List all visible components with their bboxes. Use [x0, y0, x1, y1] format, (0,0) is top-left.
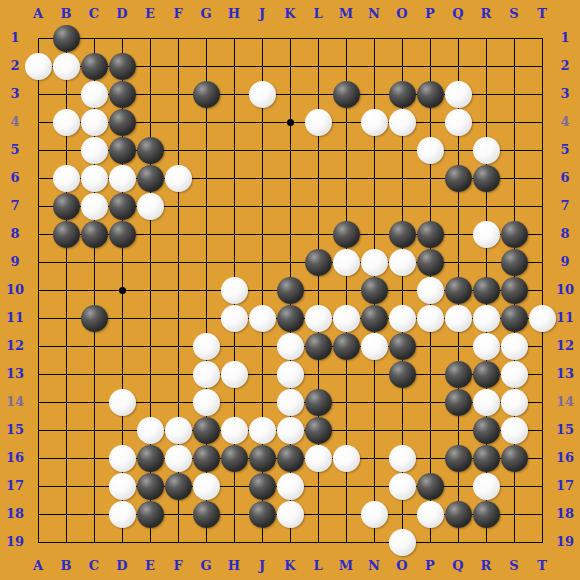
white-stone-B6[interactable] — [53, 165, 80, 192]
white-stone-S15[interactable] — [501, 417, 528, 444]
col-label-top-M: M — [333, 6, 359, 22]
black-stone-E18[interactable] — [137, 501, 164, 528]
white-stone-S13[interactable] — [501, 361, 528, 388]
white-stone-E7[interactable] — [137, 193, 164, 220]
col-label-bottom-B: B — [53, 558, 79, 574]
black-stone-R6[interactable] — [473, 165, 500, 192]
white-stone-M16[interactable] — [333, 445, 360, 472]
black-stone-G3[interactable] — [193, 81, 220, 108]
star-point — [287, 119, 294, 126]
row-label-left-10: 10 — [2, 282, 28, 298]
white-stone-R5[interactable] — [473, 137, 500, 164]
white-stone-Q11[interactable] — [445, 305, 472, 332]
white-stone-P5[interactable] — [417, 137, 444, 164]
col-label-top-A: A — [25, 6, 51, 22]
black-stone-L12[interactable] — [305, 333, 332, 360]
white-stone-C7[interactable] — [81, 193, 108, 220]
row-label-left-7: 7 — [2, 198, 28, 214]
black-stone-K10[interactable] — [277, 277, 304, 304]
black-stone-L15[interactable] — [305, 417, 332, 444]
row-label-left-9: 9 — [2, 254, 28, 270]
row-label-left-11: 11 — [2, 310, 28, 326]
row-label-left-18: 18 — [2, 506, 28, 522]
black-stone-N10[interactable] — [361, 277, 388, 304]
black-stone-S8[interactable] — [501, 221, 528, 248]
white-stone-C4[interactable] — [81, 109, 108, 136]
white-stone-P10[interactable] — [417, 277, 444, 304]
row-label-left-13: 13 — [2, 366, 28, 382]
col-label-top-G: G — [193, 6, 219, 22]
row-label-left-12: 12 — [2, 338, 28, 354]
black-stone-B7[interactable] — [53, 193, 80, 220]
black-stone-J16[interactable] — [249, 445, 276, 472]
row-label-left-19: 19 — [2, 534, 28, 550]
col-label-bottom-O: O — [389, 558, 415, 574]
row-label-right-10: 10 — [552, 282, 578, 298]
row-label-right-1: 1 — [552, 30, 578, 46]
col-label-top-B: B — [53, 6, 79, 22]
row-label-left-4: 4 — [2, 114, 28, 130]
col-label-bottom-L: L — [305, 558, 331, 574]
black-stone-Q16[interactable] — [445, 445, 472, 472]
white-stone-O9[interactable] — [389, 249, 416, 276]
col-label-top-J: J — [249, 6, 275, 22]
black-stone-Q14[interactable] — [445, 389, 472, 416]
white-stone-D17[interactable] — [109, 473, 136, 500]
white-stone-C6[interactable] — [81, 165, 108, 192]
row-label-right-17: 17 — [552, 478, 578, 494]
row-label-left-17: 17 — [2, 478, 28, 494]
col-label-bottom-S: S — [501, 558, 527, 574]
row-label-left-16: 16 — [2, 450, 28, 466]
black-stone-L14[interactable] — [305, 389, 332, 416]
black-stone-S10[interactable] — [501, 277, 528, 304]
col-label-bottom-J: J — [249, 558, 275, 574]
white-stone-Q4[interactable] — [445, 109, 472, 136]
white-stone-R11[interactable] — [473, 305, 500, 332]
white-stone-O17[interactable] — [389, 473, 416, 500]
white-stone-L4[interactable] — [305, 109, 332, 136]
col-label-bottom-F: F — [165, 558, 191, 574]
black-stone-D4[interactable] — [109, 109, 136, 136]
black-stone-D5[interactable] — [109, 137, 136, 164]
black-stone-E5[interactable] — [137, 137, 164, 164]
row-label-left-15: 15 — [2, 422, 28, 438]
go-board: AABBCCDDEEFFGGHHJJKKLLMMNNOOPPQQRRSSTT11… — [0, 0, 580, 580]
row-label-right-4: 4 — [552, 114, 578, 130]
col-label-bottom-C: C — [81, 558, 107, 574]
black-stone-G15[interactable] — [193, 417, 220, 444]
black-stone-S16[interactable] — [501, 445, 528, 472]
white-stone-N18[interactable] — [361, 501, 388, 528]
black-stone-D2[interactable] — [109, 53, 136, 80]
black-stone-S9[interactable] — [501, 249, 528, 276]
white-stone-J11[interactable] — [249, 305, 276, 332]
white-stone-Q3[interactable] — [445, 81, 472, 108]
black-stone-L9[interactable] — [305, 249, 332, 276]
white-stone-G13[interactable] — [193, 361, 220, 388]
white-stone-K17[interactable] — [277, 473, 304, 500]
col-label-bottom-M: M — [333, 558, 359, 574]
white-stone-K18[interactable] — [277, 501, 304, 528]
white-stone-J15[interactable] — [249, 417, 276, 444]
white-stone-E15[interactable] — [137, 417, 164, 444]
row-label-left-5: 5 — [2, 142, 28, 158]
white-stone-L16[interactable] — [305, 445, 332, 472]
row-label-right-9: 9 — [552, 254, 578, 270]
white-stone-F6[interactable] — [165, 165, 192, 192]
col-label-bottom-Q: Q — [445, 558, 471, 574]
white-stone-D16[interactable] — [109, 445, 136, 472]
black-stone-P3[interactable] — [417, 81, 444, 108]
col-label-bottom-N: N — [361, 558, 387, 574]
white-stone-H10[interactable] — [221, 277, 248, 304]
col-label-top-O: O — [389, 6, 415, 22]
col-label-top-C: C — [81, 6, 107, 22]
white-stone-O11[interactable] — [389, 305, 416, 332]
white-stone-H15[interactable] — [221, 417, 248, 444]
black-stone-M12[interactable] — [333, 333, 360, 360]
col-label-top-E: E — [137, 6, 163, 22]
black-stone-D8[interactable] — [109, 221, 136, 248]
white-stone-F15[interactable] — [165, 417, 192, 444]
white-stone-P18[interactable] — [417, 501, 444, 528]
row-label-right-7: 7 — [552, 198, 578, 214]
black-stone-C8[interactable] — [81, 221, 108, 248]
white-stone-R12[interactable] — [473, 333, 500, 360]
col-label-bottom-R: R — [473, 558, 499, 574]
white-stone-G17[interactable] — [193, 473, 220, 500]
col-label-bottom-E: E — [137, 558, 163, 574]
white-stone-D14[interactable] — [109, 389, 136, 416]
black-stone-G16[interactable] — [193, 445, 220, 472]
white-stone-P11[interactable] — [417, 305, 444, 332]
row-label-right-15: 15 — [552, 422, 578, 438]
col-label-bottom-H: H — [221, 558, 247, 574]
white-stone-C5[interactable] — [81, 137, 108, 164]
white-stone-B2[interactable] — [53, 53, 80, 80]
black-stone-C11[interactable] — [81, 305, 108, 332]
black-stone-J18[interactable] — [249, 501, 276, 528]
col-label-top-R: R — [473, 6, 499, 22]
row-label-right-19: 19 — [552, 534, 578, 550]
col-label-top-N: N — [361, 6, 387, 22]
row-label-right-2: 2 — [552, 58, 578, 74]
col-label-bottom-P: P — [417, 558, 443, 574]
black-stone-Q6[interactable] — [445, 165, 472, 192]
black-stone-P8[interactable] — [417, 221, 444, 248]
white-stone-F16[interactable] — [165, 445, 192, 472]
black-stone-E6[interactable] — [137, 165, 164, 192]
black-stone-R18[interactable] — [473, 501, 500, 528]
black-stone-M8[interactable] — [333, 221, 360, 248]
white-stone-G12[interactable] — [193, 333, 220, 360]
black-stone-Q18[interactable] — [445, 501, 472, 528]
black-stone-E16[interactable] — [137, 445, 164, 472]
white-stone-N4[interactable] — [361, 109, 388, 136]
black-stone-D7[interactable] — [109, 193, 136, 220]
col-label-top-F: F — [165, 6, 191, 22]
white-stone-M11[interactable] — [333, 305, 360, 332]
row-label-left-1: 1 — [2, 30, 28, 46]
black-stone-O13[interactable] — [389, 361, 416, 388]
black-stone-P17[interactable] — [417, 473, 444, 500]
white-stone-N12[interactable] — [361, 333, 388, 360]
col-label-top-Q: Q — [445, 6, 471, 22]
col-label-top-T: T — [529, 6, 555, 22]
white-stone-K12[interactable] — [277, 333, 304, 360]
row-label-left-14: 14 — [2, 394, 28, 410]
white-stone-A2[interactable] — [25, 53, 52, 80]
white-stone-H11[interactable] — [221, 305, 248, 332]
black-stone-E17[interactable] — [137, 473, 164, 500]
black-stone-R15[interactable] — [473, 417, 500, 444]
white-stone-R17[interactable] — [473, 473, 500, 500]
black-stone-K11[interactable] — [277, 305, 304, 332]
black-stone-K16[interactable] — [277, 445, 304, 472]
white-stone-D18[interactable] — [109, 501, 136, 528]
black-stone-J17[interactable] — [249, 473, 276, 500]
white-stone-D6[interactable] — [109, 165, 136, 192]
white-stone-O4[interactable] — [389, 109, 416, 136]
row-label-right-3: 3 — [552, 86, 578, 102]
row-label-right-13: 13 — [552, 366, 578, 382]
white-stone-R8[interactable] — [473, 221, 500, 248]
black-stone-P9[interactable] — [417, 249, 444, 276]
white-stone-J3[interactable] — [249, 81, 276, 108]
row-label-left-6: 6 — [2, 170, 28, 186]
white-stone-O19[interactable] — [389, 529, 416, 556]
col-label-bottom-D: D — [109, 558, 135, 574]
white-stone-L11[interactable] — [305, 305, 332, 332]
col-label-top-K: K — [277, 6, 303, 22]
white-stone-M9[interactable] — [333, 249, 360, 276]
row-label-left-3: 3 — [2, 86, 28, 102]
white-stone-S12[interactable] — [501, 333, 528, 360]
row-label-right-14: 14 — [552, 394, 578, 410]
row-label-right-18: 18 — [552, 506, 578, 522]
white-stone-G14[interactable] — [193, 389, 220, 416]
white-stone-B4[interactable] — [53, 109, 80, 136]
row-label-right-12: 12 — [552, 338, 578, 354]
col-label-bottom-A: A — [25, 558, 51, 574]
black-stone-O3[interactable] — [389, 81, 416, 108]
black-stone-H16[interactable] — [221, 445, 248, 472]
col-label-top-S: S — [501, 6, 527, 22]
black-stone-G18[interactable] — [193, 501, 220, 528]
white-stone-K15[interactable] — [277, 417, 304, 444]
row-label-right-16: 16 — [552, 450, 578, 466]
white-stone-S14[interactable] — [501, 389, 528, 416]
row-label-right-8: 8 — [552, 226, 578, 242]
col-label-top-H: H — [221, 6, 247, 22]
black-stone-O12[interactable] — [389, 333, 416, 360]
col-label-top-D: D — [109, 6, 135, 22]
black-stone-Q13[interactable] — [445, 361, 472, 388]
col-label-top-P: P — [417, 6, 443, 22]
black-stone-S11[interactable] — [501, 305, 528, 332]
black-stone-R16[interactable] — [473, 445, 500, 472]
black-stone-N11[interactable] — [361, 305, 388, 332]
col-label-top-L: L — [305, 6, 331, 22]
col-label-bottom-G: G — [193, 558, 219, 574]
black-stone-D3[interactable] — [109, 81, 136, 108]
black-stone-M3[interactable] — [333, 81, 360, 108]
white-stone-H13[interactable] — [221, 361, 248, 388]
black-stone-R10[interactable] — [473, 277, 500, 304]
black-stone-R13[interactable] — [473, 361, 500, 388]
black-stone-B8[interactable] — [53, 221, 80, 248]
white-stone-C3[interactable] — [81, 81, 108, 108]
black-stone-C2[interactable] — [81, 53, 108, 80]
row-label-left-8: 8 — [2, 226, 28, 242]
row-label-right-11: 11 — [552, 310, 578, 326]
star-point — [119, 287, 126, 294]
white-stone-K14[interactable] — [277, 389, 304, 416]
white-stone-R14[interactable] — [473, 389, 500, 416]
black-stone-O8[interactable] — [389, 221, 416, 248]
row-label-right-6: 6 — [552, 170, 578, 186]
white-stone-K13[interactable] — [277, 361, 304, 388]
col-label-bottom-T: T — [529, 558, 555, 574]
row-label-right-5: 5 — [552, 142, 578, 158]
black-stone-F17[interactable] — [165, 473, 192, 500]
col-label-bottom-K: K — [277, 558, 303, 574]
row-label-left-2: 2 — [2, 58, 28, 74]
black-stone-Q10[interactable] — [445, 277, 472, 304]
white-stone-N9[interactable] — [361, 249, 388, 276]
black-stone-B1[interactable] — [53, 25, 80, 52]
white-stone-O16[interactable] — [389, 445, 416, 472]
